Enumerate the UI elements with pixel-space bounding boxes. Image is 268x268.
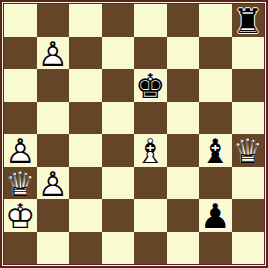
square-h5[interactable] [232, 102, 265, 135]
white-pawn[interactable]: ♟♙ [4, 134, 37, 167]
white-king-outline: ♔ [5, 199, 35, 232]
square-d6[interactable] [102, 69, 135, 102]
square-g1[interactable] [199, 232, 232, 265]
square-g3[interactable] [199, 167, 232, 200]
white-pawn-outline: ♙ [5, 134, 35, 167]
black-rook[interactable]: ♜ [232, 4, 265, 37]
square-d2[interactable] [102, 199, 135, 232]
square-d7[interactable] [102, 37, 135, 70]
square-b1[interactable] [37, 232, 70, 265]
square-d5[interactable] [102, 102, 135, 135]
square-f3[interactable] [167, 167, 200, 200]
square-a8[interactable] [4, 4, 37, 37]
square-e3[interactable] [134, 167, 167, 200]
square-d4[interactable] [102, 134, 135, 167]
square-a7[interactable] [4, 37, 37, 70]
square-f2[interactable] [167, 199, 200, 232]
chess-board-frame: ♜♟♙♚♟♙♝♗♝♛♕♛♕♟♙♚♔♟ [0, 0, 268, 268]
square-c1[interactable] [69, 232, 102, 265]
black-bishop-glyph: ♝ [200, 134, 230, 167]
white-queen-outline: ♕ [5, 167, 35, 200]
square-h8[interactable]: ♜ [232, 4, 265, 37]
square-c7[interactable] [69, 37, 102, 70]
white-pawn-outline: ♙ [38, 167, 68, 200]
square-h4[interactable]: ♛♕ [232, 134, 265, 167]
square-e5[interactable] [134, 102, 167, 135]
square-e4[interactable]: ♝♗ [134, 134, 167, 167]
white-queen-outline: ♕ [233, 134, 263, 167]
square-b7[interactable]: ♟♙ [37, 37, 70, 70]
square-c3[interactable] [69, 167, 102, 200]
square-f1[interactable] [167, 232, 200, 265]
white-pawn-outline: ♙ [38, 37, 68, 70]
square-e2[interactable] [134, 199, 167, 232]
square-h6[interactable] [232, 69, 265, 102]
white-bishop[interactable]: ♝♗ [134, 134, 167, 167]
square-g6[interactable] [199, 69, 232, 102]
square-f4[interactable] [167, 134, 200, 167]
square-h1[interactable] [232, 232, 265, 265]
chess-board: ♜♟♙♚♟♙♝♗♝♛♕♛♕♟♙♚♔♟ [4, 4, 264, 264]
black-king-glyph: ♚ [135, 69, 165, 102]
square-h2[interactable] [232, 199, 265, 232]
square-b2[interactable] [37, 199, 70, 232]
square-a1[interactable] [4, 232, 37, 265]
square-d3[interactable] [102, 167, 135, 200]
square-g2[interactable]: ♟ [199, 199, 232, 232]
square-d8[interactable] [102, 4, 135, 37]
square-b5[interactable] [37, 102, 70, 135]
square-a5[interactable] [4, 102, 37, 135]
white-bishop-outline: ♗ [135, 134, 165, 167]
white-queen[interactable]: ♛♕ [232, 134, 265, 167]
square-f6[interactable] [167, 69, 200, 102]
square-a6[interactable] [4, 69, 37, 102]
white-king[interactable]: ♚♔ [4, 199, 37, 232]
square-f8[interactable] [167, 4, 200, 37]
square-g5[interactable] [199, 102, 232, 135]
square-c6[interactable] [69, 69, 102, 102]
square-c2[interactable] [69, 199, 102, 232]
square-h3[interactable] [232, 167, 265, 200]
square-c5[interactable] [69, 102, 102, 135]
square-b3[interactable]: ♟♙ [37, 167, 70, 200]
square-a2[interactable]: ♚♔ [4, 199, 37, 232]
square-c8[interactable] [69, 4, 102, 37]
square-f7[interactable] [167, 37, 200, 70]
square-a4[interactable]: ♟♙ [4, 134, 37, 167]
square-f5[interactable] [167, 102, 200, 135]
square-g4[interactable]: ♝ [199, 134, 232, 167]
black-king[interactable]: ♚ [134, 69, 167, 102]
square-e7[interactable] [134, 37, 167, 70]
white-queen[interactable]: ♛♕ [4, 167, 37, 200]
white-pawn[interactable]: ♟♙ [37, 37, 70, 70]
black-pawn-glyph: ♟ [200, 199, 230, 232]
square-g7[interactable] [199, 37, 232, 70]
square-c4[interactable] [69, 134, 102, 167]
square-h7[interactable] [232, 37, 265, 70]
square-e8[interactable] [134, 4, 167, 37]
square-g8[interactable] [199, 4, 232, 37]
square-e1[interactable] [134, 232, 167, 265]
white-pawn[interactable]: ♟♙ [37, 167, 70, 200]
square-b6[interactable] [37, 69, 70, 102]
black-rook-glyph: ♜ [233, 4, 263, 37]
square-a3[interactable]: ♛♕ [4, 167, 37, 200]
square-e6[interactable]: ♚ [134, 69, 167, 102]
square-d1[interactable] [102, 232, 135, 265]
square-b8[interactable] [37, 4, 70, 37]
black-pawn[interactable]: ♟ [199, 199, 232, 232]
black-bishop[interactable]: ♝ [199, 134, 232, 167]
square-b4[interactable] [37, 134, 70, 167]
